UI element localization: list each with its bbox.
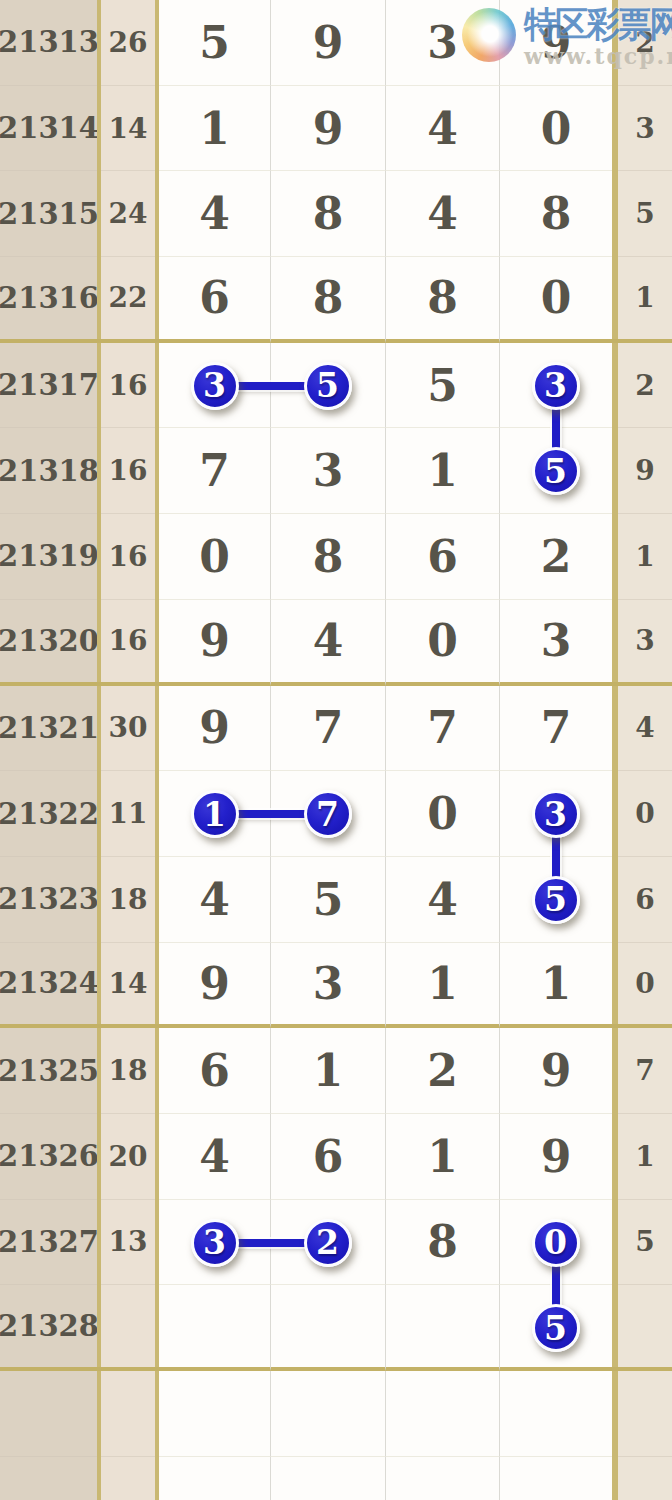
sum-cell: 14 (101, 86, 155, 172)
tail-cell: 9 (618, 428, 672, 514)
table-row: 213201694033 (0, 600, 672, 686)
digit-cell (499, 343, 612, 429)
digit-cell: 7 (159, 428, 270, 514)
table-row: 213162268801 (0, 257, 672, 343)
digit-cell: 2 (499, 514, 612, 600)
digit-cell: 0 (385, 771, 499, 857)
digit-cell (159, 1285, 270, 1371)
tail-cell: 5 (618, 171, 672, 257)
digit-cell: 6 (159, 257, 270, 343)
digit-cell: 8 (270, 171, 385, 257)
digit-cell: 4 (385, 86, 499, 172)
digit-cell (499, 428, 612, 514)
period-cell: 21313 (0, 0, 97, 86)
digit-cell: 5 (270, 857, 385, 943)
table-row: 213191608621 (0, 514, 672, 600)
tail-cell: 1 (618, 514, 672, 600)
digit-cell: 9 (159, 600, 270, 686)
tail-cell: 1 (618, 1114, 672, 1200)
digit-cell (159, 771, 270, 857)
digit-cell: 4 (159, 857, 270, 943)
table-row: 213132659392 (0, 0, 672, 86)
sum-cell: 30 (101, 686, 155, 772)
digit-cell: 1 (499, 943, 612, 1029)
digit-cell (159, 1200, 270, 1286)
digit-cell: 0 (385, 600, 499, 686)
sum-cell: 16 (101, 514, 155, 600)
digit-cell (159, 1371, 270, 1457)
table-row: 213262046191 (0, 1114, 672, 1200)
digit-cell (270, 771, 385, 857)
digit-cell (499, 857, 612, 943)
digit-cell: 3 (270, 943, 385, 1029)
sum-cell (101, 1285, 155, 1371)
sum-cell: 26 (101, 0, 155, 86)
period-cell: 21321 (0, 686, 97, 772)
sum-cell: 22 (101, 257, 155, 343)
table-row (0, 1371, 672, 1457)
digit-cell: 6 (270, 1114, 385, 1200)
digit-cell: 1 (159, 86, 270, 172)
period-cell: 21316 (0, 257, 97, 343)
table-row: 213152448485 (0, 171, 672, 257)
table-row: 213171652 (0, 343, 672, 429)
digit-cell (159, 343, 270, 429)
digit-cell (385, 1371, 499, 1457)
period-cell: 21323 (0, 857, 97, 943)
digit-cell: 7 (499, 686, 612, 772)
tail-cell: 3 (618, 600, 672, 686)
digit-cell: 8 (385, 1200, 499, 1286)
digit-cell: 7 (270, 686, 385, 772)
digit-cell: 1 (385, 428, 499, 514)
digit-cell: 0 (499, 257, 612, 343)
digit-cell: 4 (159, 1114, 270, 1200)
digit-cell: 1 (270, 1028, 385, 1114)
table-row: 213141419403 (0, 86, 672, 172)
digit-cell: 8 (499, 171, 612, 257)
digit-cell: 8 (270, 514, 385, 600)
period-cell: 21319 (0, 514, 97, 600)
tail-cell: 1 (618, 257, 672, 343)
period-cell (0, 1457, 97, 1500)
digit-cell (499, 771, 612, 857)
digit-cell: 4 (385, 857, 499, 943)
digit-cell: 3 (270, 428, 385, 514)
period-cell: 21325 (0, 1028, 97, 1114)
sum-cell: 16 (101, 343, 155, 429)
digit-cell: 3 (499, 600, 612, 686)
digit-cell: 4 (270, 600, 385, 686)
period-cell: 21326 (0, 1114, 97, 1200)
table-row: 213221100 (0, 771, 672, 857)
digit-cell: 8 (385, 257, 499, 343)
digit-cell: 2 (385, 1028, 499, 1114)
digit-cell: 3 (385, 0, 499, 86)
trend-table: 2131326593922131414194032131524484852131… (0, 0, 672, 1500)
sum-cell: 13 (101, 1200, 155, 1286)
tail-cell: 4 (618, 686, 672, 772)
digit-cell (499, 1285, 612, 1371)
digit-cell (270, 1285, 385, 1371)
period-cell: 21318 (0, 428, 97, 514)
sum-cell: 16 (101, 428, 155, 514)
period-cell: 21315 (0, 171, 97, 257)
period-cell (0, 1371, 97, 1457)
digit-cell: 9 (499, 1114, 612, 1200)
digit-cell: 6 (159, 1028, 270, 1114)
table-row: 213241493110 (0, 943, 672, 1029)
digit-cell: 9 (499, 0, 612, 86)
digit-cell (499, 1200, 612, 1286)
sum-cell: 24 (101, 171, 155, 257)
period-cell: 21327 (0, 1200, 97, 1286)
table-row: 213251861297 (0, 1028, 672, 1114)
digit-cell (385, 1457, 499, 1500)
digit-cell: 1 (385, 1114, 499, 1200)
period-cell: 21328 (0, 1285, 97, 1371)
period-cell: 21317 (0, 343, 97, 429)
digit-cell: 5 (385, 343, 499, 429)
digit-cell (270, 1371, 385, 1457)
digit-cell (159, 1457, 270, 1500)
digit-cell (270, 343, 385, 429)
sum-cell: 16 (101, 600, 155, 686)
period-cell: 21324 (0, 943, 97, 1029)
table-row: 21318167319 (0, 428, 672, 514)
digit-cell: 4 (159, 171, 270, 257)
tail-cell (618, 1457, 672, 1500)
digit-cell: 0 (159, 514, 270, 600)
tail-cell (618, 1285, 672, 1371)
sum-cell: 18 (101, 857, 155, 943)
period-cell: 21314 (0, 86, 97, 172)
lottery-trend-chart: 2131326593922131414194032131524484852131… (0, 0, 672, 1500)
sum-cell (101, 1457, 155, 1500)
digit-cell (270, 1457, 385, 1500)
period-cell: 21320 (0, 600, 97, 686)
digit-cell: 9 (270, 0, 385, 86)
digit-cell: 4 (385, 171, 499, 257)
table-row (0, 1457, 672, 1500)
sum-cell (101, 1371, 155, 1457)
tail-cell: 2 (618, 0, 672, 86)
digit-cell: 5 (159, 0, 270, 86)
digit-cell: 0 (499, 86, 612, 172)
table-row: 21328 (0, 1285, 672, 1371)
sum-cell: 18 (101, 1028, 155, 1114)
period-cell: 21322 (0, 771, 97, 857)
sum-cell: 20 (101, 1114, 155, 1200)
digit-cell: 9 (159, 943, 270, 1029)
sum-cell: 11 (101, 771, 155, 857)
tail-cell (618, 1371, 672, 1457)
tail-cell: 2 (618, 343, 672, 429)
tail-cell: 0 (618, 771, 672, 857)
tail-cell: 7 (618, 1028, 672, 1114)
digit-cell: 6 (385, 514, 499, 600)
tail-cell: 5 (618, 1200, 672, 1286)
sum-cell: 14 (101, 943, 155, 1029)
digit-cell: 9 (159, 686, 270, 772)
table-row: 213213097774 (0, 686, 672, 772)
digit-cell: 9 (499, 1028, 612, 1114)
table-row: 213271385 (0, 1200, 672, 1286)
digit-cell: 8 (270, 257, 385, 343)
tail-cell: 6 (618, 857, 672, 943)
digit-cell (270, 1200, 385, 1286)
digit-cell (499, 1457, 612, 1500)
digit-cell: 1 (385, 943, 499, 1029)
tail-cell: 0 (618, 943, 672, 1029)
digit-cell (499, 1371, 612, 1457)
digit-cell (385, 1285, 499, 1371)
digit-cell: 9 (270, 86, 385, 172)
tail-cell: 3 (618, 86, 672, 172)
digit-cell: 7 (385, 686, 499, 772)
table-row: 21323184546 (0, 857, 672, 943)
